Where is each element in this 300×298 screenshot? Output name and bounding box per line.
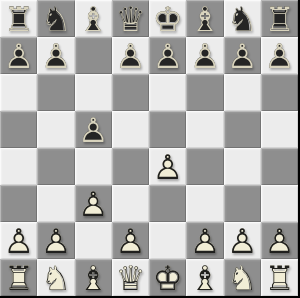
square-e3[interactable]: [149, 185, 186, 222]
square-b7[interactable]: ♟♙: [37, 37, 74, 74]
piece-white-pawn-icon: ♟♙: [186, 222, 223, 259]
square-h4[interactable]: [261, 148, 298, 185]
piece-outline-glyph: ♙: [224, 37, 261, 74]
square-d4[interactable]: [112, 148, 149, 185]
square-a8[interactable]: ♜♖: [0, 0, 37, 37]
square-f3[interactable]: [186, 185, 223, 222]
piece-outline-glyph: ♖: [261, 259, 298, 296]
square-a2[interactable]: ♟♙: [0, 222, 37, 259]
piece-black-knight-icon: ♞♘: [37, 0, 74, 37]
piece-black-rook-icon: ♜♖: [0, 0, 37, 37]
piece-white-knight-icon: ♞♘: [37, 259, 74, 296]
piece-black-pawn-icon: ♟♙: [224, 37, 261, 74]
square-a4[interactable]: [0, 148, 37, 185]
piece-outline-glyph: ♖: [0, 259, 37, 296]
square-a3[interactable]: [0, 185, 37, 222]
piece-white-pawn-icon: ♟♙: [0, 222, 37, 259]
piece-outline-glyph: ♙: [261, 37, 298, 74]
square-h3[interactable]: [261, 185, 298, 222]
square-h5[interactable]: [261, 111, 298, 148]
piece-outline-glyph: ♙: [75, 185, 112, 222]
square-d7[interactable]: ♟♙: [112, 37, 149, 74]
square-h2[interactable]: ♟♙: [261, 222, 298, 259]
square-g7[interactable]: ♟♙: [224, 37, 261, 74]
piece-black-rook-icon: ♜♖: [261, 0, 298, 37]
square-a5[interactable]: [0, 111, 37, 148]
square-e6[interactable]: [149, 74, 186, 111]
square-a7[interactable]: ♟♙: [0, 37, 37, 74]
piece-black-pawn-icon: ♟♙: [75, 111, 112, 148]
square-f4[interactable]: [186, 148, 223, 185]
square-c6[interactable]: [75, 74, 112, 111]
square-e8[interactable]: ♚♔: [149, 0, 186, 37]
piece-outline-glyph: ♗: [75, 0, 112, 37]
piece-white-bishop-icon: ♝♗: [75, 259, 112, 296]
piece-outline-glyph: ♙: [0, 37, 37, 74]
piece-outline-glyph: ♔: [149, 0, 186, 37]
square-d3[interactable]: [112, 185, 149, 222]
square-h6[interactable]: [261, 74, 298, 111]
square-e4[interactable]: ♟♙: [149, 148, 186, 185]
chess-board-frame: ♜♖♞♘♝♗♛♕♚♔♝♗♞♘♜♖♟♙♟♙♟♙♟♙♟♙♟♙♟♙♟♙♟♙♟♙♟♙♟♙…: [0, 0, 300, 298]
piece-outline-glyph: ♙: [0, 222, 37, 259]
piece-outline-glyph: ♕: [112, 259, 149, 296]
piece-white-pawn-icon: ♟♙: [37, 222, 74, 259]
piece-outline-glyph: ♘: [37, 259, 74, 296]
piece-outline-glyph: ♙: [112, 37, 149, 74]
square-c5[interactable]: ♟♙: [75, 111, 112, 148]
piece-outline-glyph: ♙: [186, 37, 223, 74]
square-c8[interactable]: ♝♗: [75, 0, 112, 37]
square-b4[interactable]: [37, 148, 74, 185]
piece-black-bishop-icon: ♝♗: [75, 0, 112, 37]
piece-white-pawn-icon: ♟♙: [224, 222, 261, 259]
piece-white-pawn-icon: ♟♙: [112, 222, 149, 259]
square-b1[interactable]: ♞♘: [37, 259, 74, 296]
square-g4[interactable]: [224, 148, 261, 185]
piece-white-pawn-icon: ♟♙: [149, 148, 186, 185]
piece-white-king-icon: ♚♔: [149, 259, 186, 296]
piece-outline-glyph: ♗: [186, 259, 223, 296]
piece-white-knight-icon: ♞♘: [224, 259, 261, 296]
piece-black-queen-icon: ♛♕: [112, 0, 149, 37]
piece-black-bishop-icon: ♝♗: [186, 0, 223, 37]
square-g6[interactable]: [224, 74, 261, 111]
square-b2[interactable]: ♟♙: [37, 222, 74, 259]
piece-outline-glyph: ♙: [149, 37, 186, 74]
piece-outline-glyph: ♙: [37, 222, 74, 259]
square-b3[interactable]: [37, 185, 74, 222]
square-d1[interactable]: ♛♕: [112, 259, 149, 296]
piece-white-pawn-icon: ♟♙: [75, 185, 112, 222]
square-g5[interactable]: [224, 111, 261, 148]
square-e2[interactable]: [149, 222, 186, 259]
piece-outline-glyph: ♖: [261, 0, 298, 37]
square-g1[interactable]: ♞♘: [224, 259, 261, 296]
piece-outline-glyph: ♙: [149, 148, 186, 185]
piece-white-rook-icon: ♜♖: [261, 259, 298, 296]
piece-black-knight-icon: ♞♘: [224, 0, 261, 37]
piece-black-pawn-icon: ♟♙: [0, 37, 37, 74]
square-a1[interactable]: ♜♖: [0, 259, 37, 296]
square-d6[interactable]: [112, 74, 149, 111]
piece-black-pawn-icon: ♟♙: [261, 37, 298, 74]
square-e1[interactable]: ♚♔: [149, 259, 186, 296]
piece-outline-glyph: ♙: [75, 111, 112, 148]
piece-outline-glyph: ♘: [224, 259, 261, 296]
piece-outline-glyph: ♙: [261, 222, 298, 259]
piece-black-pawn-icon: ♟♙: [149, 37, 186, 74]
piece-white-rook-icon: ♜♖: [0, 259, 37, 296]
square-c3[interactable]: ♟♙: [75, 185, 112, 222]
square-d2[interactable]: ♟♙: [112, 222, 149, 259]
square-g8[interactable]: ♞♘: [224, 0, 261, 37]
piece-outline-glyph: ♔: [149, 259, 186, 296]
square-b6[interactable]: [37, 74, 74, 111]
square-f5[interactable]: [186, 111, 223, 148]
square-f8[interactable]: ♝♗: [186, 0, 223, 37]
piece-black-pawn-icon: ♟♙: [37, 37, 74, 74]
square-a6[interactable]: [0, 74, 37, 111]
square-h8[interactable]: ♜♖: [261, 0, 298, 37]
piece-outline-glyph: ♕: [112, 0, 149, 37]
square-f2[interactable]: ♟♙: [186, 222, 223, 259]
piece-black-pawn-icon: ♟♙: [112, 37, 149, 74]
piece-black-pawn-icon: ♟♙: [186, 37, 223, 74]
square-h1[interactable]: ♜♖: [261, 259, 298, 296]
piece-outline-glyph: ♙: [186, 222, 223, 259]
piece-white-queen-icon: ♛♕: [112, 259, 149, 296]
square-c2[interactable]: [75, 222, 112, 259]
piece-outline-glyph: ♘: [224, 0, 261, 37]
square-g3[interactable]: [224, 185, 261, 222]
square-f7[interactable]: ♟♙: [186, 37, 223, 74]
piece-outline-glyph: ♙: [37, 37, 74, 74]
square-e5[interactable]: [149, 111, 186, 148]
piece-outline-glyph: ♖: [0, 0, 37, 37]
square-b8[interactable]: ♞♘: [37, 0, 74, 37]
square-c1[interactable]: ♝♗: [75, 259, 112, 296]
piece-white-bishop-icon: ♝♗: [186, 259, 223, 296]
piece-white-pawn-icon: ♟♙: [261, 222, 298, 259]
square-f6[interactable]: [186, 74, 223, 111]
square-c7[interactable]: [75, 37, 112, 74]
chess-board: ♜♖♞♘♝♗♛♕♚♔♝♗♞♘♜♖♟♙♟♙♟♙♟♙♟♙♟♙♟♙♟♙♟♙♟♙♟♙♟♙…: [0, 0, 298, 296]
square-d8[interactable]: ♛♕: [112, 0, 149, 37]
piece-outline-glyph: ♙: [112, 222, 149, 259]
square-f1[interactable]: ♝♗: [186, 259, 223, 296]
piece-outline-glyph: ♗: [186, 0, 223, 37]
square-c4[interactable]: [75, 148, 112, 185]
square-h7[interactable]: ♟♙: [261, 37, 298, 74]
square-b5[interactable]: [37, 111, 74, 148]
piece-outline-glyph: ♗: [75, 259, 112, 296]
square-d5[interactable]: [112, 111, 149, 148]
square-e7[interactable]: ♟♙: [149, 37, 186, 74]
square-g2[interactable]: ♟♙: [224, 222, 261, 259]
piece-outline-glyph: ♘: [37, 0, 74, 37]
piece-outline-glyph: ♙: [224, 222, 261, 259]
piece-black-king-icon: ♚♔: [149, 0, 186, 37]
